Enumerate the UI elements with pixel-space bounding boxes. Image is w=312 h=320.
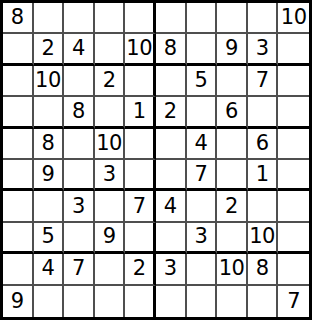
cell-r2c10-empty[interactable] [278,34,309,65]
cell-r10c4-empty[interactable] [95,286,126,317]
cell-r5c8-empty[interactable] [217,129,248,160]
cell-r8c1-empty[interactable] [3,223,34,254]
cell-r3c9-given[interactable]: 7 [248,66,279,97]
cell-r8c4-given[interactable]: 9 [95,223,126,254]
cell-r9c1-empty[interactable] [3,254,34,285]
cell-r1c4-empty[interactable] [95,3,126,34]
cell-r5c3-empty[interactable] [64,129,95,160]
cell-r4c8-given[interactable]: 6 [217,97,248,128]
cell-r9c3-given[interactable]: 7 [64,254,95,285]
cell-r6c2-given[interactable]: 9 [34,160,65,191]
cell-r5c6-empty[interactable] [156,129,187,160]
cell-r1c2-empty[interactable] [34,3,65,34]
cell-r1c6-empty[interactable] [156,3,187,34]
cell-r4c7-empty[interactable] [187,97,218,128]
cell-r2c8-given[interactable]: 9 [217,34,248,65]
cell-r2c2-given[interactable]: 2 [34,34,65,65]
cell-r9c2-given[interactable]: 4 [34,254,65,285]
cell-r2c3-given[interactable]: 4 [64,34,95,65]
cell-r3c10-empty[interactable] [278,66,309,97]
cell-r10c1-given[interactable]: 9 [3,286,34,317]
cell-r1c7-empty[interactable] [187,3,218,34]
cell-r7c6-given[interactable]: 4 [156,191,187,222]
cell-r2c7-empty[interactable] [187,34,218,65]
cell-r3c6-empty[interactable] [156,66,187,97]
cell-r7c10-empty[interactable] [278,191,309,222]
cell-r5c9-given[interactable]: 6 [248,129,279,160]
cell-r7c7-empty[interactable] [187,191,218,222]
cell-r3c2-given[interactable]: 10 [34,66,65,97]
cell-r5c4-given[interactable]: 10 [95,129,126,160]
cell-r1c5-empty[interactable] [125,3,156,34]
cell-r8c10-empty[interactable] [278,223,309,254]
cell-r3c3-empty[interactable] [64,66,95,97]
cell-r1c3-empty[interactable] [64,3,95,34]
cell-r9c8-given[interactable]: 10 [217,254,248,285]
cell-r1c8-empty[interactable] [217,3,248,34]
cell-r7c4-empty[interactable] [95,191,126,222]
cell-r2c5-given[interactable]: 10 [125,34,156,65]
cell-r2c6-given[interactable]: 8 [156,34,187,65]
cell-r7c9-empty[interactable] [248,191,279,222]
cell-r6c8-empty[interactable] [217,160,248,191]
cell-r3c1-empty[interactable] [3,66,34,97]
cell-r10c2-empty[interactable] [34,286,65,317]
cell-r7c2-empty[interactable] [34,191,65,222]
cell-r4c5-given[interactable]: 1 [125,97,156,128]
cell-r4c4-empty[interactable] [95,97,126,128]
cell-r1c10-given[interactable]: 10 [278,3,309,34]
cell-r4c9-empty[interactable] [248,97,279,128]
cell-r6c1-empty[interactable] [3,160,34,191]
cell-r5c10-empty[interactable] [278,129,309,160]
cell-r9c4-empty[interactable] [95,254,126,285]
cell-r10c3-empty[interactable] [64,286,95,317]
cell-r3c5-empty[interactable] [125,66,156,97]
cell-r10c8-empty[interactable] [217,286,248,317]
cell-r10c10-given[interactable]: 7 [278,286,309,317]
cell-r2c1-empty[interactable] [3,34,34,65]
sudoku-board: 8102410893102578126810469371374259310472… [0,0,312,320]
cell-r8c6-empty[interactable] [156,223,187,254]
cell-r7c5-given[interactable]: 7 [125,191,156,222]
cell-r7c3-given[interactable]: 3 [64,191,95,222]
cell-r6c10-empty[interactable] [278,160,309,191]
cell-r8c5-empty[interactable] [125,223,156,254]
cell-r2c4-empty[interactable] [95,34,126,65]
cell-r5c7-given[interactable]: 4 [187,129,218,160]
cell-r5c5-empty[interactable] [125,129,156,160]
cell-r6c9-given[interactable]: 1 [248,160,279,191]
cell-r4c1-empty[interactable] [3,97,34,128]
cell-r3c8-empty[interactable] [217,66,248,97]
cell-r1c1-given[interactable]: 8 [3,3,34,34]
cell-r4c3-given[interactable]: 8 [64,97,95,128]
cell-r9c10-empty[interactable] [278,254,309,285]
cell-r5c1-empty[interactable] [3,129,34,160]
cell-r7c8-given[interactable]: 2 [217,191,248,222]
cell-r10c5-empty[interactable] [125,286,156,317]
cell-r6c6-empty[interactable] [156,160,187,191]
cell-r10c9-empty[interactable] [248,286,279,317]
cell-r6c7-given[interactable]: 7 [187,160,218,191]
cell-r7c1-empty[interactable] [3,191,34,222]
cell-r8c7-given[interactable]: 3 [187,223,218,254]
cell-r1c9-empty[interactable] [248,3,279,34]
cell-r6c4-given[interactable]: 3 [95,160,126,191]
cell-r9c6-given[interactable]: 3 [156,254,187,285]
cell-r10c7-empty[interactable] [187,286,218,317]
cell-r2c9-given[interactable]: 3 [248,34,279,65]
cell-r8c2-given[interactable]: 5 [34,223,65,254]
cell-r9c5-given[interactable]: 2 [125,254,156,285]
cell-r4c6-given[interactable]: 2 [156,97,187,128]
cell-r8c3-empty[interactable] [64,223,95,254]
cell-r9c9-given[interactable]: 8 [248,254,279,285]
cell-r3c4-given[interactable]: 2 [95,66,126,97]
cell-r5c2-given[interactable]: 8 [34,129,65,160]
cell-r8c9-given[interactable]: 10 [248,223,279,254]
cell-r10c6-empty[interactable] [156,286,187,317]
cell-r8c8-empty[interactable] [217,223,248,254]
cell-r6c5-empty[interactable] [125,160,156,191]
cell-r9c7-empty[interactable] [187,254,218,285]
cell-r4c2-empty[interactable] [34,97,65,128]
cell-r4c10-empty[interactable] [278,97,309,128]
cell-r3c7-given[interactable]: 5 [187,66,218,97]
cell-r6c3-empty[interactable] [64,160,95,191]
